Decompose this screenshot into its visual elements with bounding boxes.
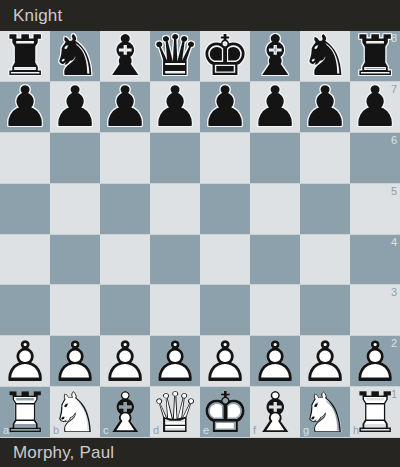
square-d5[interactable]: [150, 184, 200, 235]
piece-black-pawn: ♟: [250, 82, 300, 132]
coordinate-rank-2: 2: [391, 338, 397, 349]
square-c1[interactable]: ♝♗c: [100, 387, 150, 438]
black-pawn-icon: ♟: [200, 82, 250, 132]
square-h4[interactable]: 4: [350, 235, 400, 286]
square-g4[interactable]: [300, 235, 350, 286]
square-d6[interactable]: [150, 133, 200, 184]
white-bishop-outline-icon: ♗: [250, 388, 300, 438]
coordinate-file-d: d: [153, 425, 159, 436]
coordinate-rank-1: 1: [391, 389, 397, 400]
piece-black-pawn: ♟: [50, 82, 100, 132]
black-pawn-icon: ♟: [100, 82, 150, 132]
square-f1[interactable]: ♝♗f: [250, 387, 300, 438]
square-e7[interactable]: ♟: [200, 82, 250, 133]
coordinate-file-g: g: [303, 425, 309, 436]
white-player-name: Morphy, Paul: [13, 443, 114, 463]
coordinate-file-a: a: [3, 425, 9, 436]
square-d7[interactable]: ♟: [150, 82, 200, 133]
square-c5[interactable]: [100, 184, 150, 235]
black-pawn-icon: ♟: [150, 82, 200, 132]
coordinate-rank-4: 4: [391, 237, 397, 248]
square-d1[interactable]: ♛♕d: [150, 387, 200, 438]
piece-black-pawn: ♟: [0, 82, 50, 132]
coordinate-file-e: e: [203, 425, 209, 436]
square-b5[interactable]: [50, 184, 100, 235]
square-b4[interactable]: [50, 235, 100, 286]
coordinate-rank-6: 6: [391, 135, 397, 146]
square-f6[interactable]: [250, 133, 300, 184]
coordinate-file-h: h: [353, 425, 359, 436]
chess-game-viewer: Knight ♜♞♝♛♚♝♞♜8♟♟♟♟♟♟♟♟76543♟♙♟♙♟♙♟♙♟♙♟…: [0, 0, 400, 467]
square-b7[interactable]: ♟: [50, 82, 100, 133]
square-d4[interactable]: [150, 235, 200, 286]
coordinate-file-b: b: [53, 425, 59, 436]
piece-black-pawn: ♟: [300, 82, 350, 132]
coordinate-rank-3: 3: [391, 287, 397, 298]
square-a6[interactable]: [0, 133, 50, 184]
square-c4[interactable]: [100, 235, 150, 286]
square-c6[interactable]: [100, 133, 150, 184]
coordinate-file-c: c: [103, 425, 109, 436]
black-pawn-icon: ♟: [50, 82, 100, 132]
square-b6[interactable]: [50, 133, 100, 184]
black-pawn-icon: ♟: [250, 82, 300, 132]
piece-white-bishop: ♝♗: [250, 388, 300, 438]
chess-board: ♜♞♝♛♚♝♞♜8♟♟♟♟♟♟♟♟76543♟♙♟♙♟♙♟♙♟♙♟♙♟♙♟♙2♜…: [0, 31, 400, 438]
square-h6[interactable]: 6: [350, 133, 400, 184]
coordinate-rank-7: 7: [391, 84, 397, 95]
square-g5[interactable]: [300, 184, 350, 235]
coordinate-rank-5: 5: [391, 186, 397, 197]
square-g7[interactable]: ♟: [300, 82, 350, 133]
square-f4[interactable]: [250, 235, 300, 286]
square-a4[interactable]: [0, 235, 50, 286]
square-f7[interactable]: ♟: [250, 82, 300, 133]
square-e4[interactable]: [200, 235, 250, 286]
square-a5[interactable]: [0, 184, 50, 235]
coordinate-file-f: f: [253, 425, 256, 436]
black-pawn-icon: ♟: [0, 82, 50, 132]
square-e1[interactable]: ♚♔e: [200, 387, 250, 438]
square-b1[interactable]: ♞♘b: [50, 387, 100, 438]
square-a1[interactable]: ♜♖a: [0, 387, 50, 438]
piece-black-pawn: ♟: [200, 82, 250, 132]
square-e6[interactable]: [200, 133, 250, 184]
square-e5[interactable]: [200, 184, 250, 235]
square-c7[interactable]: ♟: [100, 82, 150, 133]
square-h5[interactable]: 5: [350, 184, 400, 235]
square-f5[interactable]: [250, 184, 300, 235]
piece-black-pawn: ♟: [100, 82, 150, 132]
square-h7[interactable]: ♟7: [350, 82, 400, 133]
black-pawn-icon: ♟: [300, 82, 350, 132]
square-h1[interactable]: ♜♖1h: [350, 387, 400, 438]
coordinate-rank-8: 8: [391, 33, 397, 44]
square-g1[interactable]: ♞♘g: [300, 387, 350, 438]
square-g6[interactable]: [300, 133, 350, 184]
square-a7[interactable]: ♟: [0, 82, 50, 133]
piece-black-pawn: ♟: [150, 82, 200, 132]
